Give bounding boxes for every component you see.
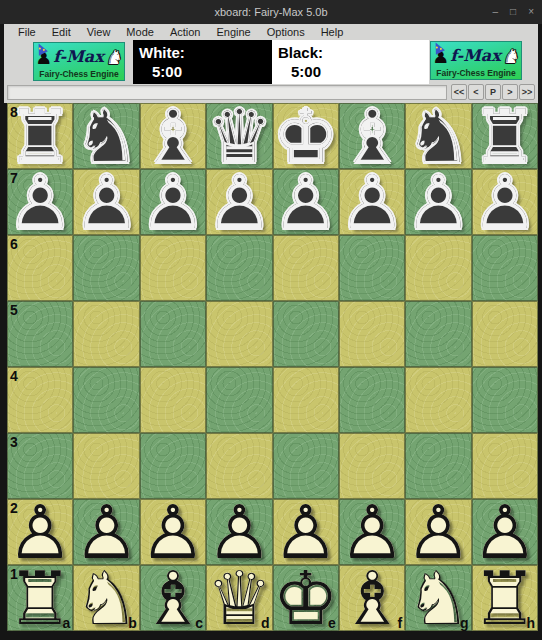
square-d5[interactable] <box>206 301 272 367</box>
logo-top: ♟ f-Max ♞ <box>432 44 520 68</box>
square-a7[interactable]: 7♟♙ <box>7 169 73 235</box>
engine-logo-black: ♟ f-Max ♞ Fairy-Chess Engine <box>430 41 522 80</box>
engine-name: f-Max <box>53 47 104 66</box>
piece-outline-glyph: ♙ <box>472 169 538 235</box>
square-b4[interactable] <box>73 367 139 433</box>
menu-help[interactable]: Help <box>313 24 352 41</box>
engine-logo-white: ♟ f-Max ♞ Fairy-Chess Engine <box>33 42 125 81</box>
rank-label: 1 <box>10 566 18 582</box>
maximize-icon[interactable]: □ <box>510 0 516 24</box>
rank-label: 8 <box>10 104 18 120</box>
xboard-window: xboard: Fairy-Max 5.0b – □ × FileEditVie… <box>0 0 542 640</box>
menu-options[interactable]: Options <box>259 24 313 41</box>
black-clock-time: 5:00 <box>278 62 429 81</box>
square-h4[interactable] <box>472 367 538 433</box>
file-label: f <box>398 615 403 631</box>
menu-edit[interactable]: Edit <box>44 24 79 41</box>
square-e5[interactable] <box>273 301 339 367</box>
square-f7[interactable]: ♟♙ <box>339 169 405 235</box>
rank-label: 7 <box>10 170 18 186</box>
minimize-icon[interactable]: – <box>493 0 499 24</box>
square-g1[interactable]: g♞♘ <box>405 565 471 631</box>
square-h5[interactable] <box>472 301 538 367</box>
piece-outline-glyph: ♙ <box>73 169 139 235</box>
file-label: e <box>328 615 336 631</box>
square-b5[interactable] <box>73 301 139 367</box>
square-g7[interactable]: ♟♙ <box>405 169 471 235</box>
rank-label: 4 <box>10 368 18 384</box>
file-label: d <box>261 615 270 631</box>
black-pawn[interactable]: ♟♙ <box>405 169 471 235</box>
close-icon[interactable]: × <box>528 0 534 24</box>
square-a5[interactable]: 5 <box>7 301 73 367</box>
square-h1[interactable]: h♜♖ <box>472 565 538 631</box>
file-label: c <box>195 615 203 631</box>
black-pawn[interactable]: ♟♙ <box>73 169 139 235</box>
engine-name: f-Max <box>450 46 501 65</box>
square-c7[interactable]: ♟♙ <box>140 169 206 235</box>
wizard-pawn-icon: ♟ <box>432 45 448 67</box>
piece-outline-glyph: ♙ <box>140 169 206 235</box>
black-clock: Black: 5:00 <box>272 40 429 85</box>
file-label: b <box>128 615 137 631</box>
chess-board: 8♜♖♞♘♝♗♛♕♚♔♝♗♞♘♜♖7♟♙♟♙♟♙♟♙♟♙♟♙♟♙♟♙65432♟… <box>7 103 538 631</box>
white-clock-label: White: <box>139 43 272 62</box>
knight-icon: ♞ <box>503 46 520 66</box>
square-f1[interactable]: f♝♗ <box>339 565 405 631</box>
engine-subtitle: Fairy-Chess Engine <box>436 68 515 78</box>
menu-bar: FileEditViewModeActionEngineOptionsHelp <box>4 24 538 41</box>
rank-label: 3 <box>10 434 18 450</box>
rank-label: 2 <box>10 500 18 516</box>
white-clock: White: 5:00 <box>133 40 272 85</box>
menu-file[interactable]: File <box>10 24 44 41</box>
square-g4[interactable] <box>405 367 471 433</box>
menu-engine[interactable]: Engine <box>208 24 258 41</box>
piece-outline-glyph: ♙ <box>339 169 405 235</box>
piece-outline-glyph: ♙ <box>273 169 339 235</box>
window-titlebar: xboard: Fairy-Max 5.0b – □ × <box>0 0 542 24</box>
square-a1[interactable]: 1a♜♖ <box>7 565 73 631</box>
knight-icon: ♞ <box>106 47 123 67</box>
black-clock-label: Black: <box>278 43 429 62</box>
white-bishop[interactable]: ♝♗ <box>339 565 405 631</box>
menu-view[interactable]: View <box>79 24 119 41</box>
square-f5[interactable] <box>339 301 405 367</box>
square-b1[interactable]: b♞♘ <box>73 565 139 631</box>
square-c4[interactable] <box>140 367 206 433</box>
rank-label: 5 <box>10 302 18 318</box>
square-h7[interactable]: ♟♙ <box>472 169 538 235</box>
black-pawn[interactable]: ♟♙ <box>472 169 538 235</box>
piece-outline-glyph: ♗ <box>339 565 405 631</box>
square-d7[interactable]: ♟♙ <box>206 169 272 235</box>
piece-outline-glyph: ♙ <box>405 169 471 235</box>
square-b7[interactable]: ♟♙ <box>73 169 139 235</box>
window-controls: – □ × <box>493 0 534 24</box>
black-pawn[interactable]: ♟♙ <box>140 169 206 235</box>
black-pawn[interactable]: ♟♙ <box>206 169 272 235</box>
square-c1[interactable]: c♝♗ <box>140 565 206 631</box>
piece-outline-glyph: ♙ <box>206 169 272 235</box>
control-row: ♟ f-Max ♞ Fairy-Chess Engine White: 5:00… <box>4 41 538 84</box>
wizard-pawn-icon: ♟ <box>35 46 51 68</box>
white-clock-time: 5:00 <box>139 62 272 81</box>
window-title: xboard: Fairy-Max 5.0b <box>214 6 327 18</box>
square-f4[interactable] <box>339 367 405 433</box>
square-e1[interactable]: e♚♔ <box>273 565 339 631</box>
square-e7[interactable]: ♟♙ <box>273 169 339 235</box>
file-label: a <box>63 615 71 631</box>
rank-label: 6 <box>10 236 18 252</box>
file-label: g <box>460 615 469 631</box>
black-pawn[interactable]: ♟♙ <box>339 169 405 235</box>
square-c5[interactable] <box>140 301 206 367</box>
logo-top: ♟ f-Max ♞ <box>35 45 123 69</box>
black-pawn[interactable]: ♟♙ <box>273 169 339 235</box>
engine-subtitle: Fairy-Chess Engine <box>39 69 118 79</box>
menu-mode[interactable]: Mode <box>118 24 162 41</box>
square-d1[interactable]: d♛♕ <box>206 565 272 631</box>
square-g5[interactable] <box>405 301 471 367</box>
menu-action[interactable]: Action <box>162 24 209 41</box>
square-e4[interactable] <box>273 367 339 433</box>
square-d4[interactable] <box>206 367 272 433</box>
file-label: h <box>526 615 535 631</box>
square-a4[interactable]: 4 <box>7 367 73 433</box>
